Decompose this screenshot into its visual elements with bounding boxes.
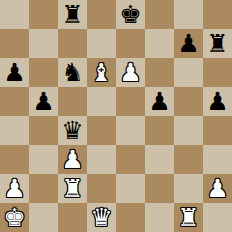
piece-black-pawn[interactable]: ♟ — [206, 87, 228, 116]
square-e2[interactable] — [116, 174, 145, 203]
square-b5[interactable]: ♟ — [29, 87, 58, 116]
square-b8[interactable] — [29, 0, 58, 29]
square-g6[interactable] — [174, 58, 203, 87]
piece-black-pawn[interactable]: ♟ — [32, 87, 54, 116]
square-e7[interactable] — [116, 29, 145, 58]
square-d2[interactable] — [87, 174, 116, 203]
piece-white-bishop[interactable]: ♝ — [90, 58, 112, 87]
piece-white-pawn[interactable]: ♟ — [206, 174, 228, 203]
square-d6[interactable]: ♝ — [87, 58, 116, 87]
square-f2[interactable] — [145, 174, 174, 203]
piece-black-pawn[interactable]: ♟ — [3, 58, 25, 87]
square-g1[interactable]: ♜ — [174, 203, 203, 232]
chess-board: ♜♚♟♜♟♞♝♟♟♟♟♛♟♟♜♟♚♛♜ — [0, 0, 232, 232]
square-e1[interactable] — [116, 203, 145, 232]
square-h4[interactable] — [203, 116, 232, 145]
square-d7[interactable] — [87, 29, 116, 58]
square-c5[interactable] — [58, 87, 87, 116]
piece-white-pawn[interactable]: ♟ — [119, 58, 141, 87]
square-f6[interactable] — [145, 58, 174, 87]
piece-black-rook[interactable]: ♜ — [61, 0, 83, 29]
square-g2[interactable] — [174, 174, 203, 203]
piece-black-pawn[interactable]: ♟ — [148, 87, 170, 116]
square-b6[interactable] — [29, 58, 58, 87]
square-e5[interactable] — [116, 87, 145, 116]
square-g5[interactable] — [174, 87, 203, 116]
square-d5[interactable] — [87, 87, 116, 116]
piece-white-king[interactable]: ♚ — [3, 203, 25, 232]
square-h5[interactable]: ♟ — [203, 87, 232, 116]
square-f3[interactable] — [145, 145, 174, 174]
square-d4[interactable] — [87, 116, 116, 145]
square-g8[interactable] — [174, 0, 203, 29]
square-c2[interactable]: ♜ — [58, 174, 87, 203]
square-f1[interactable] — [145, 203, 174, 232]
square-h8[interactable] — [203, 0, 232, 29]
square-a2[interactable]: ♟ — [0, 174, 29, 203]
square-g4[interactable] — [174, 116, 203, 145]
square-a8[interactable] — [0, 0, 29, 29]
square-f5[interactable]: ♟ — [145, 87, 174, 116]
square-c4[interactable]: ♛ — [58, 116, 87, 145]
piece-black-pawn[interactable]: ♟ — [177, 29, 199, 58]
piece-black-rook[interactable]: ♜ — [206, 29, 228, 58]
square-h3[interactable] — [203, 145, 232, 174]
square-b1[interactable] — [29, 203, 58, 232]
square-d3[interactable] — [87, 145, 116, 174]
piece-black-king[interactable]: ♚ — [119, 0, 141, 29]
square-b2[interactable] — [29, 174, 58, 203]
square-a1[interactable]: ♚ — [0, 203, 29, 232]
piece-black-knight[interactable]: ♞ — [61, 58, 83, 87]
square-d8[interactable] — [87, 0, 116, 29]
square-f4[interactable] — [145, 116, 174, 145]
square-e6[interactable]: ♟ — [116, 58, 145, 87]
square-f7[interactable] — [145, 29, 174, 58]
square-h2[interactable]: ♟ — [203, 174, 232, 203]
square-a3[interactable] — [0, 145, 29, 174]
square-c6[interactable]: ♞ — [58, 58, 87, 87]
square-h1[interactable] — [203, 203, 232, 232]
square-a7[interactable] — [0, 29, 29, 58]
piece-white-pawn[interactable]: ♟ — [61, 145, 83, 174]
piece-white-queen[interactable]: ♛ — [90, 203, 112, 232]
square-a4[interactable] — [0, 116, 29, 145]
square-a6[interactable]: ♟ — [0, 58, 29, 87]
square-g3[interactable] — [174, 145, 203, 174]
square-c1[interactable] — [58, 203, 87, 232]
square-e4[interactable] — [116, 116, 145, 145]
square-g7[interactable]: ♟ — [174, 29, 203, 58]
piece-white-pawn[interactable]: ♟ — [3, 174, 25, 203]
square-b7[interactable] — [29, 29, 58, 58]
square-e3[interactable] — [116, 145, 145, 174]
piece-white-rook[interactable]: ♜ — [177, 203, 199, 232]
square-f8[interactable] — [145, 0, 174, 29]
square-h6[interactable] — [203, 58, 232, 87]
square-b3[interactable] — [29, 145, 58, 174]
piece-white-rook[interactable]: ♜ — [61, 174, 83, 203]
square-b4[interactable] — [29, 116, 58, 145]
square-a5[interactable] — [0, 87, 29, 116]
square-c7[interactable] — [58, 29, 87, 58]
square-h7[interactable]: ♜ — [203, 29, 232, 58]
piece-black-queen[interactable]: ♛ — [61, 116, 83, 145]
square-d1[interactable]: ♛ — [87, 203, 116, 232]
square-c3[interactable]: ♟ — [58, 145, 87, 174]
square-c8[interactable]: ♜ — [58, 0, 87, 29]
square-e8[interactable]: ♚ — [116, 0, 145, 29]
